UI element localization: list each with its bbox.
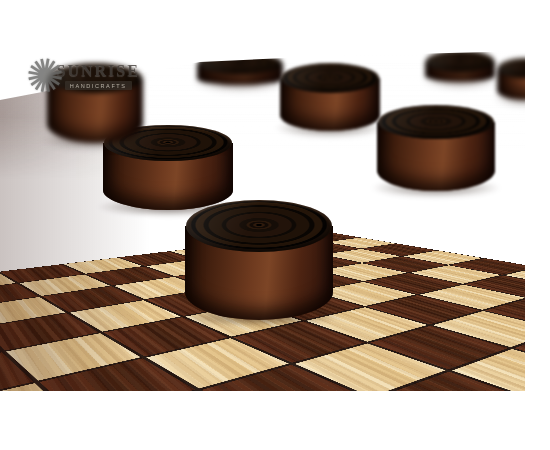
piece-top-rings bbox=[104, 125, 231, 161]
checker-piece[interactable] bbox=[197, 52, 283, 85]
product-photo: ✺ SUNRISE HANDICRAFTS bbox=[0, 0, 550, 450]
checker-piece[interactable] bbox=[280, 63, 380, 131]
checker-piece[interactable] bbox=[497, 58, 550, 100]
piece-top-rings bbox=[186, 200, 331, 252]
checker-piece[interactable] bbox=[103, 125, 233, 210]
piece-top-rings bbox=[281, 63, 379, 93]
board-square bbox=[142, 433, 377, 450]
brand-tagline: HANDICRAFTS bbox=[65, 81, 132, 90]
piece-top-rings bbox=[378, 105, 494, 139]
checker-piece[interactable] bbox=[185, 200, 333, 320]
board-square bbox=[480, 407, 550, 450]
board-square bbox=[0, 423, 142, 450]
logo-text: SUNRISE HANDICRAFTS bbox=[57, 62, 140, 90]
checker-piece[interactable] bbox=[425, 50, 495, 82]
sunrise-watermark: ✺ SUNRISE HANDICRAFTS bbox=[26, 56, 140, 96]
sun-icon: ✺ bbox=[22, 52, 68, 99]
piece-top-rings bbox=[426, 50, 495, 72]
piece-top-rings bbox=[198, 52, 282, 74]
board-square bbox=[528, 287, 550, 314]
checker-piece[interactable] bbox=[377, 105, 495, 191]
board-square bbox=[272, 398, 479, 450]
board-square bbox=[81, 390, 273, 450]
brand-name: SUNRISE bbox=[57, 62, 140, 80]
board-square bbox=[0, 382, 81, 450]
board-square bbox=[378, 445, 550, 450]
piece-top-rings bbox=[498, 58, 550, 78]
